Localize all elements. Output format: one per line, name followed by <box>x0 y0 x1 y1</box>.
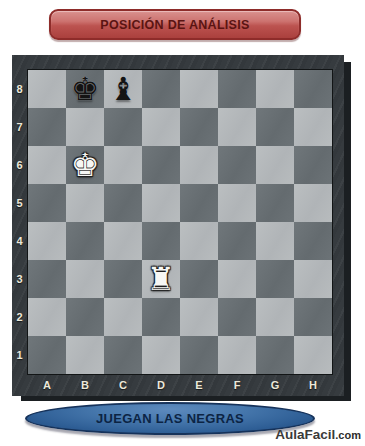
black-king[interactable]: ♚ <box>66 70 104 108</box>
square-h4[interactable] <box>294 222 332 260</box>
square-h1[interactable] <box>294 336 332 374</box>
square-f2[interactable] <box>218 298 256 336</box>
square-e7[interactable] <box>180 108 218 146</box>
rank-label-7: 7 <box>12 108 27 146</box>
square-d3[interactable]: ♜ <box>142 260 180 298</box>
square-d1[interactable] <box>142 336 180 374</box>
square-c2[interactable] <box>104 298 142 336</box>
square-b7[interactable] <box>66 108 104 146</box>
rank-label-5: 5 <box>12 184 27 222</box>
square-b1[interactable] <box>66 336 104 374</box>
rank-label-3: 3 <box>12 260 27 298</box>
square-c3[interactable] <box>104 260 142 298</box>
square-h6[interactable] <box>294 146 332 184</box>
chess-board[interactable]: ♚♝♚♜ <box>27 69 333 375</box>
file-label-f: F <box>218 375 256 395</box>
white-king[interactable]: ♚ <box>66 146 104 184</box>
square-f1[interactable] <box>218 336 256 374</box>
file-label-a: A <box>28 375 66 395</box>
square-h8[interactable] <box>294 70 332 108</box>
chess-board-frame: 87654321 ♚♝♚♜ ABCDEFGH <box>12 55 344 396</box>
file-label-d: D <box>142 375 180 395</box>
square-f8[interactable] <box>218 70 256 108</box>
square-a5[interactable] <box>28 184 66 222</box>
square-c6[interactable] <box>104 146 142 184</box>
rank-label-1: 1 <box>12 336 27 374</box>
square-b5[interactable] <box>66 184 104 222</box>
square-b3[interactable] <box>66 260 104 298</box>
analysis-banner-label: POSICIÓN DE ANÁLISIS <box>100 18 249 32</box>
square-a6[interactable] <box>28 146 66 184</box>
square-e1[interactable] <box>180 336 218 374</box>
watermark-brand: AulaFacil <box>275 427 335 442</box>
file-label-g: G <box>256 375 294 395</box>
square-b8[interactable]: ♚ <box>66 70 104 108</box>
square-f4[interactable] <box>218 222 256 260</box>
square-e8[interactable] <box>180 70 218 108</box>
rank-labels: 87654321 <box>12 70 27 374</box>
square-a1[interactable] <box>28 336 66 374</box>
square-b4[interactable] <box>66 222 104 260</box>
square-d5[interactable] <box>142 184 180 222</box>
square-d6[interactable] <box>142 146 180 184</box>
page: POSICIÓN DE ANÁLISIS 87654321 ♚♝♚♜ ABCDE… <box>0 0 365 446</box>
square-c8[interactable]: ♝ <box>104 70 142 108</box>
square-b2[interactable] <box>66 298 104 336</box>
square-c7[interactable] <box>104 108 142 146</box>
square-d8[interactable] <box>142 70 180 108</box>
square-f5[interactable] <box>218 184 256 222</box>
square-a8[interactable] <box>28 70 66 108</box>
square-e3[interactable] <box>180 260 218 298</box>
square-a2[interactable] <box>28 298 66 336</box>
square-g7[interactable] <box>256 108 294 146</box>
square-h5[interactable] <box>294 184 332 222</box>
square-a3[interactable] <box>28 260 66 298</box>
aulafacil-watermark: AulaFacil.com <box>275 427 361 442</box>
white-rook[interactable]: ♜ <box>142 260 180 298</box>
square-e4[interactable] <box>180 222 218 260</box>
square-c4[interactable] <box>104 222 142 260</box>
square-g3[interactable] <box>256 260 294 298</box>
file-label-b: B <box>66 375 104 395</box>
square-e6[interactable] <box>180 146 218 184</box>
square-b6[interactable]: ♚ <box>66 146 104 184</box>
square-f3[interactable] <box>218 260 256 298</box>
file-labels: ABCDEFGH <box>28 375 332 395</box>
square-d7[interactable] <box>142 108 180 146</box>
square-d2[interactable] <box>142 298 180 336</box>
square-h7[interactable] <box>294 108 332 146</box>
square-g5[interactable] <box>256 184 294 222</box>
rank-label-4: 4 <box>12 222 27 260</box>
square-f7[interactable] <box>218 108 256 146</box>
square-d4[interactable] <box>142 222 180 260</box>
square-c1[interactable] <box>104 336 142 374</box>
watermark-tld: .com <box>335 429 361 441</box>
rank-label-2: 2 <box>12 298 27 336</box>
square-g1[interactable] <box>256 336 294 374</box>
turn-banner-label: JUEGAN LAS NEGRAS <box>96 411 244 426</box>
square-g2[interactable] <box>256 298 294 336</box>
rank-label-6: 6 <box>12 146 27 184</box>
square-a4[interactable] <box>28 222 66 260</box>
rank-label-8: 8 <box>12 70 27 108</box>
square-e5[interactable] <box>180 184 218 222</box>
square-h2[interactable] <box>294 298 332 336</box>
square-a7[interactable] <box>28 108 66 146</box>
square-g6[interactable] <box>256 146 294 184</box>
square-e2[interactable] <box>180 298 218 336</box>
square-c5[interactable] <box>104 184 142 222</box>
square-g4[interactable] <box>256 222 294 260</box>
file-label-c: C <box>104 375 142 395</box>
black-bishop[interactable]: ♝ <box>104 70 142 108</box>
file-label-h: H <box>294 375 332 395</box>
square-h3[interactable] <box>294 260 332 298</box>
square-f6[interactable] <box>218 146 256 184</box>
square-g8[interactable] <box>256 70 294 108</box>
turn-banner: JUEGAN LAS NEGRAS <box>25 402 315 435</box>
file-label-e: E <box>180 375 218 395</box>
analysis-banner: POSICIÓN DE ANÁLISIS <box>49 9 301 40</box>
